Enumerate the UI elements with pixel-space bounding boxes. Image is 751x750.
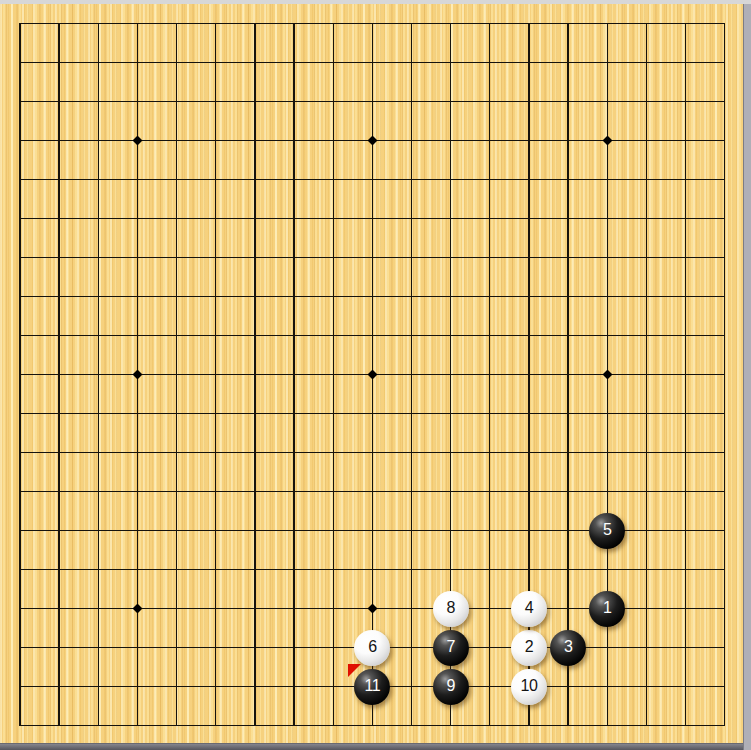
stone-black-5: 5 (589, 513, 625, 549)
stone-number: 5 (603, 522, 611, 539)
star-point (132, 604, 142, 614)
star-point (132, 370, 142, 380)
stone-number: 10 (521, 678, 538, 695)
stone-number: 2 (525, 639, 533, 656)
window-top-border (0, 0, 751, 4)
window-right-border (743, 0, 751, 750)
star-point (602, 370, 612, 380)
stone-number: 4 (525, 600, 533, 617)
stone-number: 6 (368, 639, 376, 656)
stone-number: 8 (446, 600, 454, 617)
stone-number: 7 (446, 639, 454, 656)
star-point (367, 604, 377, 614)
stone-number: 3 (564, 639, 572, 656)
stone-number: 1 (603, 600, 611, 617)
window-bottom-border (0, 743, 743, 750)
stone-black-9: 9 (433, 669, 469, 705)
stone-number: 11 (365, 678, 381, 695)
star-point (367, 370, 377, 380)
star-point (602, 136, 612, 146)
grid-line-vertical (489, 23, 490, 726)
grid-line-vertical (724, 23, 725, 726)
star-point (132, 136, 142, 146)
grid-line-horizontal (19, 491, 725, 492)
grid-line-horizontal (19, 452, 725, 453)
grid-line-horizontal (19, 413, 725, 414)
stone-black-11: 11 (354, 669, 390, 705)
stone-white-4: 4 (511, 591, 547, 627)
stone-white-8: 8 (433, 591, 469, 627)
star-point (367, 136, 377, 146)
stone-number: 9 (446, 678, 454, 695)
stone-white-2: 2 (511, 630, 547, 666)
grid-line-vertical (567, 23, 568, 726)
go-board[interactable]: 1 2 3 4 5 6 7 8 9 10 11 (0, 0, 743, 743)
grid-line-horizontal (19, 725, 725, 726)
grid-line-vertical (685, 23, 686, 726)
stone-black-3: 3 (550, 630, 586, 666)
stone-black-7: 7 (433, 630, 469, 666)
stone-white-10: 10 (511, 669, 547, 705)
grid-line-horizontal (19, 569, 725, 570)
go-game-window: 1 2 3 4 5 6 7 8 9 10 11 (0, 0, 751, 750)
grid-line-vertical (646, 23, 647, 726)
grid-line-vertical (411, 23, 412, 726)
stone-white-6: 6 (354, 630, 390, 666)
stone-black-1: 1 (589, 591, 625, 627)
